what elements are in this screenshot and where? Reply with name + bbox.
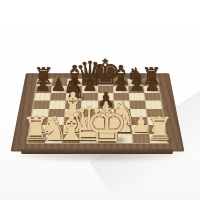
piece-white-rook-h1[interactable]: ♜ (145, 113, 174, 145)
square-h5[interactable] (145, 101, 162, 109)
piece-black-pawn-f7[interactable]: ♟ (113, 76, 129, 93)
piece-white-king-e1[interactable]: ♚ (85, 100, 128, 148)
piece-black-pawn-a7[interactable]: ♟ (35, 76, 51, 93)
piece-black-pawn-g7[interactable]: ♟ (129, 76, 145, 93)
piece-black-pawn-h7[interactable]: ♟ (145, 76, 161, 93)
square-a5[interactable] (33, 101, 50, 109)
photo-background: ♜♝♛♚♝♞♜♟♟♟♟♟♟♟♞♟♝♟♞♟♟♟♟♟♟♟♜♞♝♛♚♜ (0, 0, 200, 200)
